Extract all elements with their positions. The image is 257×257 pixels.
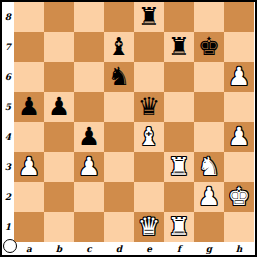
file-label-h: h: [224, 244, 254, 254]
square-b8[interactable]: [44, 2, 74, 32]
square-e5[interactable]: ♛: [134, 92, 164, 122]
square-a7[interactable]: [14, 32, 44, 62]
square-f4[interactable]: [164, 122, 194, 152]
square-e4[interactable]: ♝: [134, 122, 164, 152]
square-g8[interactable]: [194, 2, 224, 32]
black-rook-f7[interactable]: ♜: [168, 32, 190, 62]
rank-label-4: 4: [2, 122, 14, 152]
square-e2[interactable]: [134, 182, 164, 212]
square-a3[interactable]: ♟: [14, 152, 44, 182]
square-f7[interactable]: ♜: [164, 32, 194, 62]
white-pawn-h4[interactable]: ♟: [228, 122, 250, 152]
square-h3[interactable]: [224, 152, 254, 182]
square-h5[interactable]: [224, 92, 254, 122]
file-label-d: d: [104, 244, 134, 254]
square-a1[interactable]: [14, 212, 44, 242]
square-a8[interactable]: [14, 2, 44, 32]
rank-label-2: 2: [2, 182, 14, 212]
square-b3[interactable]: [44, 152, 74, 182]
file-label-e: e: [134, 244, 164, 254]
square-f1[interactable]: ♜: [164, 212, 194, 242]
rank-label-1: 1: [2, 212, 14, 242]
square-h6[interactable]: ♟: [224, 62, 254, 92]
chess-board[interactable]: ♜♝♜♚♞♟♟♟♛♟♝♟♟♟♜♞♟♚♛♜: [14, 2, 254, 242]
rank-labels: 87654321: [2, 2, 14, 242]
square-b5[interactable]: ♟: [44, 92, 74, 122]
rank-label-7: 7: [2, 32, 14, 62]
square-d7[interactable]: ♝: [104, 32, 134, 62]
square-f2[interactable]: [164, 182, 194, 212]
chess-board-frame: 87654321 ♜♝♜♚♞♟♟♟♛♟♝♟♟♟♜♞♟♚♛♜ abcdefgh: [0, 0, 257, 257]
square-a2[interactable]: [14, 182, 44, 212]
rank-label-5: 5: [2, 92, 14, 122]
square-g2[interactable]: ♟: [194, 182, 224, 212]
square-f3[interactable]: ♜: [164, 152, 194, 182]
rank-label-6: 6: [2, 62, 14, 92]
white-bishop-e4[interactable]: ♝: [138, 122, 160, 152]
white-pawn-h6[interactable]: ♟: [228, 62, 250, 92]
square-g1[interactable]: [194, 212, 224, 242]
square-e6[interactable]: [134, 62, 164, 92]
white-rook-f3[interactable]: ♜: [168, 152, 190, 182]
file-label-g: g: [194, 244, 224, 254]
white-knight-g3[interactable]: ♞: [198, 152, 220, 182]
square-e7[interactable]: [134, 32, 164, 62]
white-rook-f1[interactable]: ♜: [168, 212, 190, 242]
square-b2[interactable]: [44, 182, 74, 212]
square-d8[interactable]: [104, 2, 134, 32]
black-rook-e8[interactable]: ♜: [138, 2, 160, 32]
square-f6[interactable]: [164, 62, 194, 92]
square-b1[interactable]: [44, 212, 74, 242]
white-pawn-c3[interactable]: ♟: [78, 152, 100, 182]
square-c1[interactable]: [74, 212, 104, 242]
square-e1[interactable]: ♛: [134, 212, 164, 242]
square-h2[interactable]: ♚: [224, 182, 254, 212]
black-knight-d6[interactable]: ♞: [108, 62, 130, 92]
square-a4[interactable]: [14, 122, 44, 152]
square-g4[interactable]: [194, 122, 224, 152]
black-pawn-b5[interactable]: ♟: [48, 92, 70, 122]
square-c6[interactable]: [74, 62, 104, 92]
file-label-b: b: [44, 244, 74, 254]
white-pawn-a3[interactable]: ♟: [18, 152, 40, 182]
rank-label-8: 8: [2, 2, 14, 32]
file-labels: abcdefgh: [14, 242, 254, 255]
square-g6[interactable]: [194, 62, 224, 92]
square-h1[interactable]: [224, 212, 254, 242]
white-king-h2[interactable]: ♚: [228, 182, 250, 212]
square-h8[interactable]: [224, 2, 254, 32]
square-f8[interactable]: [164, 2, 194, 32]
square-d5[interactable]: [104, 92, 134, 122]
square-g5[interactable]: [194, 92, 224, 122]
square-c8[interactable]: [74, 2, 104, 32]
square-h4[interactable]: ♟: [224, 122, 254, 152]
square-c5[interactable]: [74, 92, 104, 122]
square-g3[interactable]: ♞: [194, 152, 224, 182]
square-b6[interactable]: [44, 62, 74, 92]
square-f5[interactable]: [164, 92, 194, 122]
black-queen-e5[interactable]: ♛: [138, 92, 160, 122]
square-g7[interactable]: ♚: [194, 32, 224, 62]
square-a6[interactable]: [14, 62, 44, 92]
square-c7[interactable]: [74, 32, 104, 62]
file-label-f: f: [164, 244, 194, 254]
square-h7[interactable]: [224, 32, 254, 62]
square-b7[interactable]: [44, 32, 74, 62]
square-c3[interactable]: ♟: [74, 152, 104, 182]
square-c2[interactable]: [74, 182, 104, 212]
square-c4[interactable]: ♟: [74, 122, 104, 152]
black-pawn-c4[interactable]: ♟: [78, 122, 100, 152]
white-pawn-g2[interactable]: ♟: [198, 182, 220, 212]
black-king-g7[interactable]: ♚: [198, 32, 220, 62]
square-d4[interactable]: [104, 122, 134, 152]
square-e3[interactable]: [134, 152, 164, 182]
square-b4[interactable]: [44, 122, 74, 152]
square-e8[interactable]: ♜: [134, 2, 164, 32]
rank-label-3: 3: [2, 152, 14, 182]
file-label-a: a: [14, 244, 44, 254]
square-d6[interactable]: ♞: [104, 62, 134, 92]
file-label-c: c: [74, 244, 104, 254]
square-d3[interactable]: [104, 152, 134, 182]
white-queen-e1[interactable]: ♛: [138, 212, 160, 242]
square-d1[interactable]: [104, 212, 134, 242]
turn-indicator: [3, 239, 17, 253]
black-pawn-a5[interactable]: ♟: [18, 92, 40, 122]
square-d2[interactable]: [104, 182, 134, 212]
square-a5[interactable]: ♟: [14, 92, 44, 122]
black-bishop-d7[interactable]: ♝: [108, 32, 130, 62]
